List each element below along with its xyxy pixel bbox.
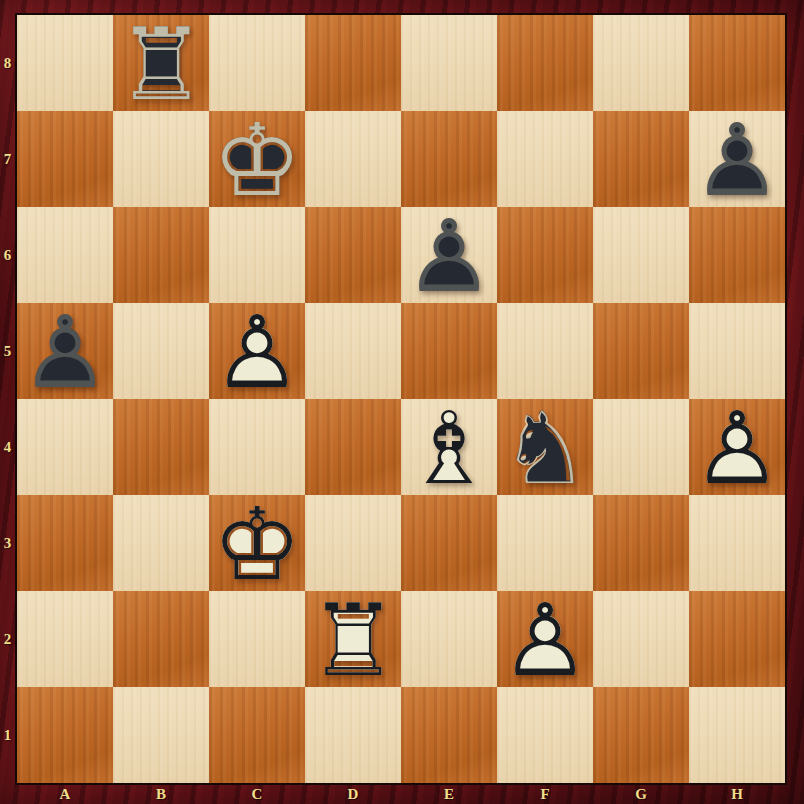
square-a4[interactable]: [17, 399, 113, 495]
piece-glyph-outline: ♙: [209, 305, 305, 401]
piece-black-pawn[interactable]: ♟♙: [401, 207, 497, 303]
piece-black-pawn[interactable]: ♟♙: [689, 111, 785, 207]
square-d4[interactable]: [305, 399, 401, 495]
piece-black-king[interactable]: ♚♔: [209, 111, 305, 207]
file-label-g: G: [593, 785, 689, 804]
square-d5[interactable]: [305, 303, 401, 399]
square-d3[interactable]: [305, 495, 401, 591]
square-g5[interactable]: [593, 303, 689, 399]
square-h7[interactable]: ♟♙: [689, 111, 785, 207]
piece-white-pawn[interactable]: ♟♙: [689, 399, 785, 495]
square-b2[interactable]: [113, 591, 209, 687]
square-d7[interactable]: [305, 111, 401, 207]
square-e1[interactable]: [401, 687, 497, 783]
square-b1[interactable]: [113, 687, 209, 783]
piece-white-pawn[interactable]: ♟♙: [209, 303, 305, 399]
piece-glyph-outline: ♙: [497, 593, 593, 689]
square-a3[interactable]: [17, 495, 113, 591]
square-h1[interactable]: [689, 687, 785, 783]
piece-black-pawn[interactable]: ♟♙: [17, 303, 113, 399]
square-e5[interactable]: [401, 303, 497, 399]
square-g2[interactable]: [593, 591, 689, 687]
file-label-b: B: [113, 785, 209, 804]
square-h3[interactable]: [689, 495, 785, 591]
square-f7[interactable]: [497, 111, 593, 207]
square-c1[interactable]: [209, 687, 305, 783]
square-d1[interactable]: [305, 687, 401, 783]
square-c6[interactable]: [209, 207, 305, 303]
square-b5[interactable]: [113, 303, 209, 399]
square-a1[interactable]: [17, 687, 113, 783]
file-label-e: E: [401, 785, 497, 804]
square-g3[interactable]: [593, 495, 689, 591]
square-b4[interactable]: [113, 399, 209, 495]
file-label-d: D: [305, 785, 401, 804]
square-g4[interactable]: [593, 399, 689, 495]
square-d2[interactable]: ♜♖: [305, 591, 401, 687]
chess-app: ♜♖♚♔♟♙♟♙♟♙♟♙♝♗♞♘♟♙♚♔♜♖♟♙ 87654321ABCDEFG…: [0, 0, 804, 804]
square-g8[interactable]: [593, 15, 689, 111]
square-f6[interactable]: [497, 207, 593, 303]
piece-glyph-outline: ♖: [113, 17, 209, 113]
piece-glyph-outline: ♗: [401, 401, 497, 497]
square-h5[interactable]: [689, 303, 785, 399]
square-e7[interactable]: [401, 111, 497, 207]
square-f1[interactable]: [497, 687, 593, 783]
square-d6[interactable]: [305, 207, 401, 303]
square-h6[interactable]: [689, 207, 785, 303]
rank-label-4: 4: [0, 399, 15, 495]
square-b6[interactable]: [113, 207, 209, 303]
square-g1[interactable]: [593, 687, 689, 783]
piece-glyph-outline: ♙: [17, 305, 113, 401]
piece-white-rook[interactable]: ♜♖: [305, 591, 401, 687]
square-c8[interactable]: [209, 15, 305, 111]
square-d8[interactable]: [305, 15, 401, 111]
square-e4[interactable]: ♝♗: [401, 399, 497, 495]
rank-label-5: 5: [0, 303, 15, 399]
square-e8[interactable]: [401, 15, 497, 111]
square-e6[interactable]: ♟♙: [401, 207, 497, 303]
rank-label-6: 6: [0, 207, 15, 303]
square-c4[interactable]: [209, 399, 305, 495]
rank-label-7: 7: [0, 111, 15, 207]
rank-label-8: 8: [0, 15, 15, 111]
file-label-c: C: [209, 785, 305, 804]
square-b7[interactable]: [113, 111, 209, 207]
square-h4[interactable]: ♟♙: [689, 399, 785, 495]
piece-glyph-outline: ♖: [305, 593, 401, 689]
piece-black-knight[interactable]: ♞♘: [497, 399, 593, 495]
piece-black-rook[interactable]: ♜♖: [113, 15, 209, 111]
square-f8[interactable]: [497, 15, 593, 111]
square-e3[interactable]: [401, 495, 497, 591]
square-a7[interactable]: [17, 111, 113, 207]
file-label-h: H: [689, 785, 785, 804]
square-c5[interactable]: ♟♙: [209, 303, 305, 399]
square-a6[interactable]: [17, 207, 113, 303]
file-label-a: A: [17, 785, 113, 804]
square-g6[interactable]: [593, 207, 689, 303]
square-h8[interactable]: [689, 15, 785, 111]
chess-board: ♜♖♚♔♟♙♟♙♟♙♟♙♝♗♞♘♟♙♚♔♜♖♟♙: [15, 13, 787, 785]
rank-label-2: 2: [0, 591, 15, 687]
piece-white-pawn[interactable]: ♟♙: [497, 591, 593, 687]
square-g7[interactable]: [593, 111, 689, 207]
rank-label-3: 3: [0, 495, 15, 591]
piece-white-bishop[interactable]: ♝♗: [401, 399, 497, 495]
square-c3[interactable]: ♚♔: [209, 495, 305, 591]
square-f3[interactable]: [497, 495, 593, 591]
piece-white-king[interactable]: ♚♔: [209, 495, 305, 591]
square-c7[interactable]: ♚♔: [209, 111, 305, 207]
piece-glyph-outline: ♔: [209, 113, 305, 209]
square-c2[interactable]: [209, 591, 305, 687]
square-h2[interactable]: [689, 591, 785, 687]
rank-label-1: 1: [0, 687, 15, 783]
piece-glyph-outline: ♘: [497, 401, 593, 497]
square-a8[interactable]: [17, 15, 113, 111]
piece-glyph-outline: ♔: [209, 497, 305, 593]
piece-glyph-outline: ♙: [689, 113, 785, 209]
square-b8[interactable]: ♜♖: [113, 15, 209, 111]
square-f5[interactable]: [497, 303, 593, 399]
square-a2[interactable]: [17, 591, 113, 687]
square-f2[interactable]: ♟♙: [497, 591, 593, 687]
square-e2[interactable]: [401, 591, 497, 687]
piece-glyph-outline: ♙: [401, 209, 497, 305]
file-label-f: F: [497, 785, 593, 804]
square-f4[interactable]: ♞♘: [497, 399, 593, 495]
square-a5[interactable]: ♟♙: [17, 303, 113, 399]
piece-glyph-outline: ♙: [689, 401, 785, 497]
square-b3[interactable]: [113, 495, 209, 591]
